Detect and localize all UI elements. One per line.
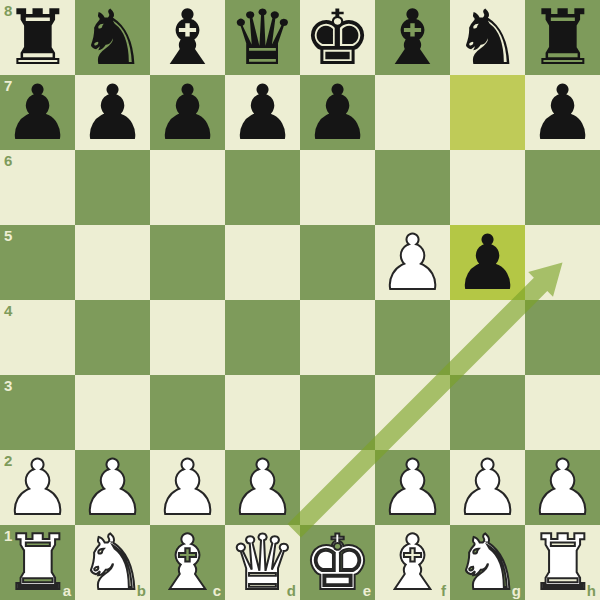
square-h5[interactable] (525, 225, 600, 300)
piece-white-pawn[interactable]: ♟ (225, 450, 300, 525)
square-h2[interactable]: ♟ (525, 450, 600, 525)
piece-black-bishop[interactable]: ♝ (375, 0, 450, 75)
square-h4[interactable] (525, 300, 600, 375)
piece-white-pawn[interactable]: ♟ (525, 450, 600, 525)
square-g1[interactable]: g♞ (450, 525, 525, 600)
square-h8[interactable]: ♜ (525, 0, 600, 75)
square-g8[interactable]: ♞ (450, 0, 525, 75)
piece-white-rook[interactable]: ♜ (525, 525, 600, 600)
square-g4[interactable] (450, 300, 525, 375)
square-c1[interactable]: c♝ (150, 525, 225, 600)
square-c8[interactable]: ♝ (150, 0, 225, 75)
square-c2[interactable]: ♟ (150, 450, 225, 525)
square-g3[interactable] (450, 375, 525, 450)
square-d1[interactable]: d♛ (225, 525, 300, 600)
piece-white-rook[interactable]: ♜ (0, 525, 75, 600)
piece-black-king[interactable]: ♚ (300, 0, 375, 75)
rank-label-4: 4 (4, 303, 12, 318)
piece-white-pawn[interactable]: ♟ (75, 450, 150, 525)
chess-board: 8♜♞♝♛♚♝♞♜7♟♟♟♟♟♟65♟♟432♟♟♟♟♟♟♟1a♜b♞c♝d♛e… (0, 0, 600, 600)
piece-black-pawn[interactable]: ♟ (525, 75, 600, 150)
square-b7[interactable]: ♟ (75, 75, 150, 150)
piece-black-pawn[interactable]: ♟ (0, 75, 75, 150)
square-d3[interactable] (225, 375, 300, 450)
square-d2[interactable]: ♟ (225, 450, 300, 525)
square-b3[interactable] (75, 375, 150, 450)
square-a4[interactable]: 4 (0, 300, 75, 375)
piece-white-king[interactable]: ♚ (300, 525, 375, 600)
square-c6[interactable] (150, 150, 225, 225)
square-d4[interactable] (225, 300, 300, 375)
square-c4[interactable] (150, 300, 225, 375)
square-f3[interactable] (375, 375, 450, 450)
square-b8[interactable]: ♞ (75, 0, 150, 75)
piece-white-knight[interactable]: ♞ (450, 525, 525, 600)
square-f6[interactable] (375, 150, 450, 225)
piece-black-pawn[interactable]: ♟ (300, 75, 375, 150)
square-a6[interactable]: 6 (0, 150, 75, 225)
square-f2[interactable]: ♟ (375, 450, 450, 525)
square-f7[interactable] (375, 75, 450, 150)
square-d5[interactable] (225, 225, 300, 300)
square-g2[interactable]: ♟ (450, 450, 525, 525)
square-e4[interactable] (300, 300, 375, 375)
piece-white-bishop[interactable]: ♝ (150, 525, 225, 600)
piece-white-pawn[interactable]: ♟ (150, 450, 225, 525)
square-b4[interactable] (75, 300, 150, 375)
square-h6[interactable] (525, 150, 600, 225)
square-a7[interactable]: 7♟ (0, 75, 75, 150)
square-c5[interactable] (150, 225, 225, 300)
square-a1[interactable]: 1a♜ (0, 525, 75, 600)
piece-black-bishop[interactable]: ♝ (150, 0, 225, 75)
square-d6[interactable] (225, 150, 300, 225)
square-h7[interactable]: ♟ (525, 75, 600, 150)
square-e5[interactable] (300, 225, 375, 300)
piece-white-knight[interactable]: ♞ (75, 525, 150, 600)
square-e6[interactable] (300, 150, 375, 225)
square-b1[interactable]: b♞ (75, 525, 150, 600)
square-g6[interactable] (450, 150, 525, 225)
rank-label-6: 6 (4, 153, 12, 168)
square-f4[interactable] (375, 300, 450, 375)
square-d7[interactable]: ♟ (225, 75, 300, 150)
square-g5[interactable]: ♟ (450, 225, 525, 300)
piece-white-pawn[interactable]: ♟ (375, 225, 450, 300)
piece-black-pawn[interactable]: ♟ (75, 75, 150, 150)
square-e1[interactable]: e♚ (300, 525, 375, 600)
piece-black-pawn[interactable]: ♟ (225, 75, 300, 150)
piece-white-pawn[interactable]: ♟ (450, 450, 525, 525)
piece-white-queen[interactable]: ♛ (225, 525, 300, 600)
piece-black-pawn[interactable]: ♟ (150, 75, 225, 150)
square-g7[interactable] (450, 75, 525, 150)
piece-black-knight[interactable]: ♞ (75, 0, 150, 75)
square-a5[interactable]: 5 (0, 225, 75, 300)
square-a2[interactable]: 2♟ (0, 450, 75, 525)
square-b6[interactable] (75, 150, 150, 225)
square-h3[interactable] (525, 375, 600, 450)
piece-black-rook[interactable]: ♜ (0, 0, 75, 75)
piece-black-rook[interactable]: ♜ (525, 0, 600, 75)
piece-white-bishop[interactable]: ♝ (375, 525, 450, 600)
piece-black-queen[interactable]: ♛ (225, 0, 300, 75)
square-f5[interactable]: ♟ (375, 225, 450, 300)
rank-label-5: 5 (4, 228, 12, 243)
square-h1[interactable]: h♜ (525, 525, 600, 600)
square-c7[interactable]: ♟ (150, 75, 225, 150)
piece-black-knight[interactable]: ♞ (450, 0, 525, 75)
square-e7[interactable]: ♟ (300, 75, 375, 150)
square-b2[interactable]: ♟ (75, 450, 150, 525)
square-e8[interactable]: ♚ (300, 0, 375, 75)
square-f1[interactable]: f♝ (375, 525, 450, 600)
piece-black-pawn[interactable]: ♟ (450, 225, 525, 300)
square-f8[interactable]: ♝ (375, 0, 450, 75)
square-a8[interactable]: 8♜ (0, 0, 75, 75)
square-c3[interactable] (150, 375, 225, 450)
rank-label-3: 3 (4, 378, 12, 393)
square-e3[interactable] (300, 375, 375, 450)
square-b5[interactable] (75, 225, 150, 300)
square-d8[interactable]: ♛ (225, 0, 300, 75)
piece-white-pawn[interactable]: ♟ (0, 450, 75, 525)
square-e2[interactable] (300, 450, 375, 525)
piece-white-pawn[interactable]: ♟ (375, 450, 450, 525)
square-a3[interactable]: 3 (0, 375, 75, 450)
